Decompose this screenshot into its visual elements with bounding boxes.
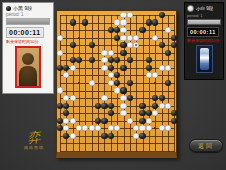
white-stone <box>108 80 114 86</box>
black-stone <box>139 103 145 109</box>
white-player-name: 小白 9段 <box>196 6 213 12</box>
white-stone <box>70 118 76 124</box>
white-stone <box>70 95 76 101</box>
black-stone <box>114 35 120 41</box>
black-stone <box>139 133 145 139</box>
return-button[interactable]: 返回 <box>189 139 223 152</box>
white-stone <box>63 72 69 78</box>
white-stone <box>76 125 82 131</box>
black-stone <box>108 65 114 71</box>
white-stone <box>159 103 165 109</box>
black-stone <box>127 95 133 101</box>
black-stone <box>120 42 126 48</box>
white-stone <box>70 133 76 139</box>
black-stone <box>57 65 63 71</box>
white-stone <box>82 125 88 131</box>
black-stone <box>152 19 158 25</box>
black-stone <box>63 65 69 71</box>
black-stone <box>120 87 126 93</box>
white-stone <box>133 125 139 131</box>
white-stone <box>133 133 139 139</box>
grid-line-h <box>60 143 175 144</box>
black-stone <box>171 110 177 116</box>
black-stone <box>171 35 177 41</box>
white-stone <box>120 95 126 101</box>
black-stone <box>95 103 101 109</box>
black-stone <box>108 57 114 63</box>
black-stone <box>120 50 126 56</box>
white-time-progressbar <box>187 19 221 25</box>
black-stone <box>63 133 69 139</box>
star-point <box>78 82 80 84</box>
white-stone <box>57 87 63 93</box>
black-stone <box>146 57 152 63</box>
white-stone <box>152 72 158 78</box>
white-stone <box>57 50 63 56</box>
white-stone <box>165 103 171 109</box>
black-stone-icon <box>6 6 11 11</box>
black-stone <box>114 27 120 33</box>
black-stone <box>70 19 76 25</box>
black-avatar-head <box>22 53 34 65</box>
white-time-note: 剩余保留时间10分 <box>187 38 221 43</box>
white-stone <box>101 50 107 56</box>
white-stone <box>139 125 145 131</box>
black-stone <box>101 103 107 109</box>
grid-line-h <box>60 136 175 137</box>
white-stone <box>114 125 120 131</box>
white-stone <box>63 118 69 124</box>
white-stone <box>63 125 69 131</box>
white-name-row: 小白 9段 <box>187 5 221 12</box>
white-stone <box>101 65 107 71</box>
black-stone <box>165 80 171 86</box>
white-stone <box>114 19 120 25</box>
black-stone <box>139 118 145 124</box>
grid-line-h <box>60 121 175 122</box>
white-stone <box>127 118 133 124</box>
white-stone <box>152 110 158 116</box>
black-stone <box>114 72 120 78</box>
star-point <box>78 37 80 39</box>
white-stone <box>127 12 133 18</box>
white-stone <box>133 35 139 41</box>
black-stone <box>127 57 133 63</box>
black-stone <box>152 95 158 101</box>
black-stone <box>120 65 126 71</box>
black-time-note: 剩余保留时间10分 <box>6 39 50 44</box>
white-avatar <box>196 45 213 73</box>
black-stone <box>89 57 95 63</box>
black-stone <box>146 65 152 71</box>
black-stone <box>63 103 69 109</box>
black-avatar-torso <box>19 66 37 86</box>
white-stone <box>165 125 171 131</box>
white-stone <box>165 65 171 71</box>
white-stone <box>95 125 101 131</box>
black-stone <box>139 27 145 33</box>
black-stone <box>171 118 177 124</box>
white-avatar-image <box>200 48 209 70</box>
black-player-name: 小黑 9段 <box>13 5 32 11</box>
black-time-progressbar <box>6 18 50 25</box>
white-stone <box>108 50 114 56</box>
white-stone <box>108 125 114 131</box>
black-stone <box>114 80 120 86</box>
white-player-panel: 小白 9段 period: 1 00:00:11 剩余保留时间10分 <box>184 2 224 80</box>
white-stone <box>57 35 63 41</box>
black-stone <box>76 57 82 63</box>
black-stone <box>165 50 171 56</box>
black-stone <box>159 42 165 48</box>
white-stone <box>165 27 171 33</box>
white-stone <box>146 118 152 124</box>
white-period-label: period: 1 <box>187 13 221 18</box>
white-stone <box>120 103 126 109</box>
grid-line-v <box>143 15 144 152</box>
white-time-progress-fill <box>188 20 220 24</box>
black-stone <box>159 12 165 18</box>
white-stone <box>127 42 133 48</box>
black-time-progress-fill <box>7 19 49 24</box>
white-stone-icon <box>187 5 194 12</box>
white-stone <box>89 125 95 131</box>
white-clock: 00:00:11 <box>187 27 219 37</box>
white-stone <box>63 95 69 101</box>
white-stone <box>120 12 126 18</box>
white-stone <box>120 35 126 41</box>
white-stone <box>101 57 107 63</box>
black-stone <box>159 95 165 101</box>
black-period-label: period: 1 <box>6 12 50 17</box>
white-stone <box>152 35 158 41</box>
black-stone <box>101 118 107 124</box>
white-stone <box>108 72 114 78</box>
white-stone <box>146 125 152 131</box>
black-stone <box>70 57 76 63</box>
white-stone <box>101 95 107 101</box>
grid-line-v <box>149 15 150 152</box>
grid-line-v <box>162 15 163 152</box>
white-stone <box>120 19 126 25</box>
black-stone <box>139 110 145 116</box>
black-stone <box>127 80 133 86</box>
black-player-panel: 小黑 9段 period: 1 00:00:11 剩余保留时间10分 <box>2 2 54 94</box>
black-stone <box>114 57 120 63</box>
white-stone <box>89 80 95 86</box>
black-stone <box>89 42 95 48</box>
black-stone <box>95 118 101 124</box>
black-name-row: 小黑 9段 <box>6 5 50 11</box>
game-screen: 小黑 9段 period: 1 00:00:11 剩余保留时间10分 小白 9段… <box>0 0 226 170</box>
grid-line-h <box>60 151 175 152</box>
black-clock: 00:00:11 <box>6 27 44 38</box>
black-stone <box>82 19 88 25</box>
white-stone <box>120 27 126 33</box>
white-stone <box>159 65 165 71</box>
black-stone <box>57 125 63 131</box>
black-stone <box>57 103 63 109</box>
white-stone <box>120 110 126 116</box>
brand-logo: 弈 网络围棋 <box>12 131 56 161</box>
black-stone <box>146 19 152 25</box>
black-stone <box>108 133 114 139</box>
black-stone <box>63 110 69 116</box>
black-stone <box>146 110 152 116</box>
black-avatar <box>15 46 41 88</box>
black-stone <box>152 103 158 109</box>
black-stone <box>108 27 114 33</box>
black-stone <box>108 103 114 109</box>
black-stone <box>101 133 107 139</box>
white-stone <box>127 35 133 41</box>
white-stone <box>146 72 152 78</box>
white-stone <box>159 125 165 131</box>
black-stone <box>70 42 76 48</box>
black-stone <box>57 118 63 124</box>
black-stone <box>108 110 114 116</box>
white-stone <box>70 65 76 71</box>
go-board[interactable] <box>56 10 177 158</box>
black-stone <box>171 42 177 48</box>
white-stone <box>114 87 120 93</box>
